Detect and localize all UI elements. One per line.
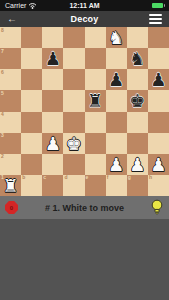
white-pawn: ♟ — [129, 154, 145, 175]
rank-label: 1 — [1, 175, 4, 180]
file-label: b — [22, 175, 25, 180]
square-a7[interactable]: 7 — [0, 48, 21, 69]
square-c5[interactable] — [42, 90, 63, 111]
square-a5[interactable]: 5 — [0, 90, 21, 111]
square-h7[interactable] — [148, 48, 169, 69]
square-b5[interactable] — [21, 90, 42, 111]
square-d5[interactable] — [63, 90, 84, 111]
white-rook: ♜ — [2, 175, 18, 196]
square-g5[interactable]: ♚ — [127, 90, 148, 111]
white-king: ♚ — [66, 133, 82, 154]
square-a4[interactable]: 4 — [0, 112, 21, 133]
square-a2[interactable]: 2 — [0, 154, 21, 175]
hamburger-menu-button[interactable] — [149, 14, 162, 24]
square-h3[interactable] — [148, 133, 169, 154]
square-b2[interactable] — [21, 154, 42, 175]
white-pawn: ♟ — [150, 154, 166, 175]
square-g1[interactable]: g — [127, 175, 148, 196]
square-e5[interactable]: ♜ — [85, 90, 106, 111]
square-f3[interactable] — [106, 133, 127, 154]
square-c4[interactable] — [42, 112, 63, 133]
square-f5[interactable] — [106, 90, 127, 111]
square-e3[interactable] — [85, 133, 106, 154]
square-h2[interactable]: ♟ — [148, 154, 169, 175]
square-a1[interactable]: 1♜ — [0, 175, 21, 196]
square-a3[interactable]: 3 — [0, 133, 21, 154]
file-label: c — [43, 175, 46, 180]
square-d4[interactable] — [63, 112, 84, 133]
square-b8[interactable] — [21, 27, 42, 48]
lightbulb-icon — [151, 199, 163, 216]
rank-label: 7 — [1, 49, 4, 54]
file-label: d — [64, 175, 67, 180]
square-b4[interactable] — [21, 112, 42, 133]
file-label: f — [107, 175, 109, 180]
file-label: e — [86, 175, 89, 180]
rank-label: 2 — [1, 154, 4, 159]
status-bar: Carrier 12:11 AM — [0, 0, 169, 11]
square-g3[interactable] — [127, 133, 148, 154]
square-c8[interactable] — [42, 27, 63, 48]
square-b7[interactable] — [21, 48, 42, 69]
control-bar: 0 # 1. White to move — [0, 196, 169, 219]
square-d3[interactable]: ♚ — [63, 133, 84, 154]
rank-label: 4 — [1, 112, 4, 117]
black-rook: ♜ — [87, 90, 103, 111]
white-knight: ♞ — [108, 27, 124, 48]
square-e2[interactable] — [85, 154, 106, 175]
square-c7[interactable]: ♟ — [42, 48, 63, 69]
black-knight: ♞ — [129, 48, 145, 69]
square-f2[interactable]: ♟ — [106, 154, 127, 175]
square-a8[interactable]: 8 — [0, 27, 21, 48]
square-h1[interactable]: h — [148, 175, 169, 196]
puzzle-prompt: # 1. White to move — [0, 203, 169, 213]
nav-header: ← Decoy — [0, 11, 169, 27]
square-e6[interactable] — [85, 69, 106, 90]
square-f8[interactable]: ♞ — [106, 27, 127, 48]
square-e4[interactable] — [85, 112, 106, 133]
square-b1[interactable]: b — [21, 175, 42, 196]
square-a6[interactable]: 6 — [0, 69, 21, 90]
square-f7[interactable] — [106, 48, 127, 69]
white-pawn: ♟ — [45, 133, 61, 154]
black-pawn: ♟ — [150, 69, 166, 90]
white-pawn: ♟ — [108, 154, 124, 175]
square-f6[interactable]: ♟ — [106, 69, 127, 90]
rank-label: 6 — [1, 70, 4, 75]
square-c1[interactable]: c — [42, 175, 63, 196]
square-e1[interactable]: e — [85, 175, 106, 196]
rank-label: 5 — [1, 91, 4, 96]
file-label: h — [149, 175, 152, 180]
square-c3[interactable]: ♟ — [42, 133, 63, 154]
chess-board[interactable]: 8♞7♟♞6♟♟5♜♚43♟♚2♟♟♟1♜bcdefgh — [0, 27, 169, 196]
back-button[interactable]: ← — [7, 11, 17, 27]
square-c6[interactable] — [42, 69, 63, 90]
square-e8[interactable] — [85, 27, 106, 48]
square-f4[interactable] — [106, 112, 127, 133]
hint-button[interactable] — [151, 199, 163, 216]
square-f1[interactable]: f — [106, 175, 127, 196]
square-d1[interactable]: d — [63, 175, 84, 196]
page-title: Decoy — [0, 14, 169, 24]
square-g2[interactable]: ♟ — [127, 154, 148, 175]
square-b3[interactable] — [21, 133, 42, 154]
black-pawn: ♟ — [108, 69, 124, 90]
app-screen: Carrier 12:11 AM ← Decoy 8♞7♟♞6♟♟5♜♚43♟♚… — [0, 0, 169, 300]
square-d2[interactable] — [63, 154, 84, 175]
square-h4[interactable] — [148, 112, 169, 133]
square-d7[interactable] — [63, 48, 84, 69]
file-label: g — [128, 175, 131, 180]
square-h8[interactable] — [148, 27, 169, 48]
rank-label: 8 — [1, 28, 4, 33]
square-h6[interactable]: ♟ — [148, 69, 169, 90]
black-pawn: ♟ — [45, 48, 61, 69]
square-h5[interactable] — [148, 90, 169, 111]
square-d8[interactable] — [63, 27, 84, 48]
mistake-count: 0 — [10, 205, 13, 211]
rank-label: 3 — [1, 133, 4, 138]
square-g6[interactable] — [127, 69, 148, 90]
square-e7[interactable] — [85, 48, 106, 69]
square-g4[interactable] — [127, 112, 148, 133]
clock: 12:11 AM — [0, 2, 169, 9]
black-king: ♚ — [129, 90, 145, 111]
square-c2[interactable] — [42, 154, 63, 175]
footer-area — [0, 219, 169, 300]
square-g8[interactable] — [127, 27, 148, 48]
square-g7[interactable]: ♞ — [127, 48, 148, 69]
square-d6[interactable] — [63, 69, 84, 90]
square-b6[interactable] — [21, 69, 42, 90]
